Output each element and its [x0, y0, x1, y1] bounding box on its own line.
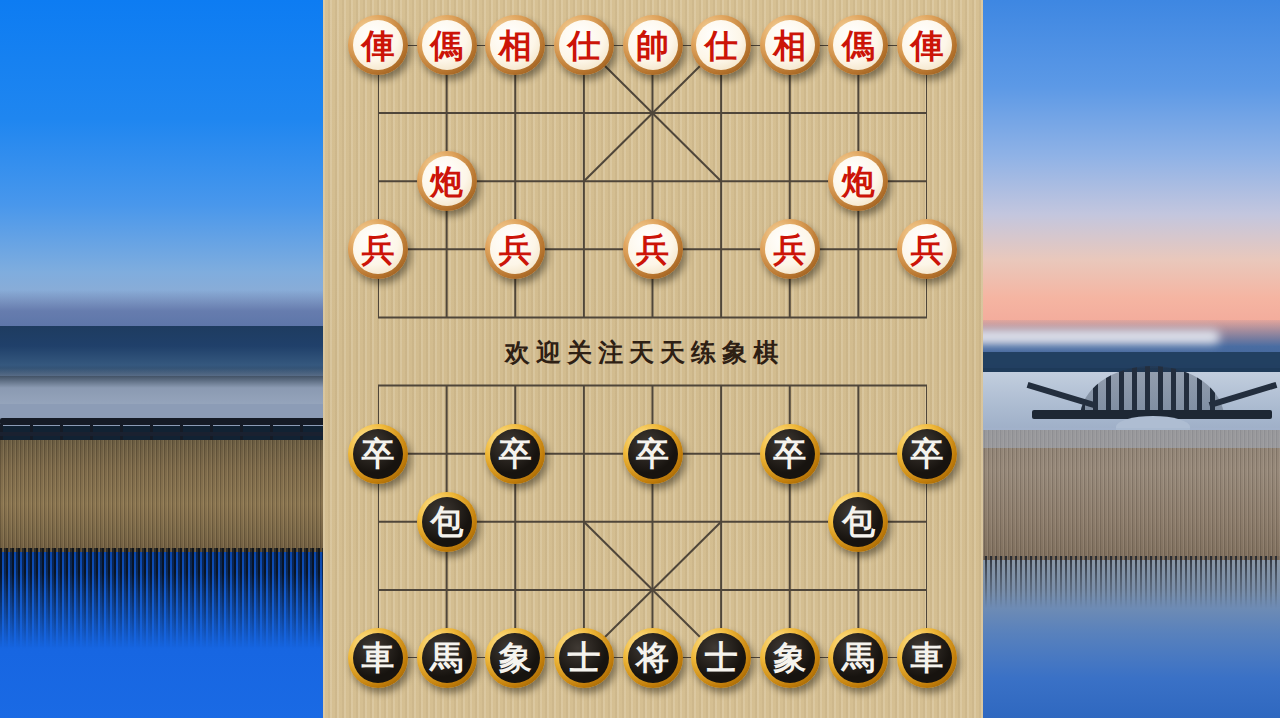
piece-glyph: 士: [559, 633, 609, 683]
piece-glyph: 仕: [559, 20, 609, 70]
piece-black-elephant[interactable]: 象: [760, 628, 820, 688]
piece-red-advisor[interactable]: 仕: [691, 15, 751, 75]
piece-black-soldier[interactable]: 卒: [623, 424, 683, 484]
piece-glyph: 卒: [765, 429, 815, 479]
piece-black-chariot[interactable]: 車: [897, 628, 957, 688]
piece-glyph: 車: [902, 633, 952, 683]
piece-black-horse[interactable]: 馬: [828, 628, 888, 688]
piece-red-horse[interactable]: 傌: [828, 15, 888, 75]
piece-red-soldier[interactable]: 兵: [897, 219, 957, 279]
piece-black-advisor[interactable]: 士: [554, 628, 614, 688]
piece-black-cannon[interactable]: 包: [417, 492, 477, 552]
piece-glyph: 兵: [490, 224, 540, 274]
piece-red-general[interactable]: 帥: [623, 15, 683, 75]
piece-glyph: 将: [628, 633, 678, 683]
piece-red-horse[interactable]: 傌: [417, 15, 477, 75]
piece-glyph: 傌: [833, 20, 883, 70]
piece-black-soldier[interactable]: 卒: [897, 424, 957, 484]
piece-red-cannon[interactable]: 炮: [417, 151, 477, 211]
piece-glyph: 包: [833, 497, 883, 547]
piece-red-elephant[interactable]: 相: [760, 15, 820, 75]
piece-glyph: 炮: [422, 156, 472, 206]
piece-glyph: 包: [422, 497, 472, 547]
piece-black-soldier[interactable]: 卒: [348, 424, 408, 484]
piece-glyph: 傌: [422, 20, 472, 70]
piece-glyph: 卒: [628, 429, 678, 479]
piece-red-soldier[interactable]: 兵: [760, 219, 820, 279]
piece-black-advisor[interactable]: 士: [691, 628, 751, 688]
piece-glyph: 相: [765, 20, 815, 70]
piece-glyph: 卒: [353, 429, 403, 479]
piece-glyph: 馬: [422, 633, 472, 683]
piece-black-general[interactable]: 将: [623, 628, 683, 688]
piece-glyph: 帥: [628, 20, 678, 70]
piece-black-soldier[interactable]: 卒: [760, 424, 820, 484]
piece-glyph: 兵: [902, 224, 952, 274]
wooden-bridge-silhouette: [1032, 366, 1272, 428]
piece-glyph: 兵: [353, 224, 403, 274]
xiangqi-board: 欢迎关注天天练象棋 俥傌相仕帥仕相傌俥炮炮兵兵兵兵兵卒卒卒卒卒包包車馬象士将士象…: [323, 0, 983, 718]
piece-black-soldier[interactable]: 卒: [485, 424, 545, 484]
piece-glyph: 俥: [353, 20, 403, 70]
piece-red-soldier[interactable]: 兵: [348, 219, 408, 279]
piece-glyph: 兵: [628, 224, 678, 274]
piece-glyph: 象: [490, 633, 540, 683]
piece-black-cannon[interactable]: 包: [828, 492, 888, 552]
piece-red-elephant[interactable]: 相: [485, 15, 545, 75]
river-watermark: 欢迎关注天天练象棋: [370, 336, 919, 369]
piece-red-advisor[interactable]: 仕: [554, 15, 614, 75]
piece-red-soldier[interactable]: 兵: [623, 219, 683, 279]
piece-glyph: 卒: [902, 429, 952, 479]
piece-glyph: 卒: [490, 429, 540, 479]
piece-red-chariot[interactable]: 俥: [897, 15, 957, 75]
piece-glyph: 炮: [833, 156, 883, 206]
piece-glyph: 車: [353, 633, 403, 683]
piece-glyph: 象: [765, 633, 815, 683]
piece-glyph: 士: [696, 633, 746, 683]
piece-red-chariot[interactable]: 俥: [348, 15, 408, 75]
boardwalk-lower-rail: [0, 432, 330, 436]
piece-glyph: 相: [490, 20, 540, 70]
piece-glyph: 馬: [833, 633, 883, 683]
piece-black-chariot[interactable]: 車: [348, 628, 408, 688]
piece-glyph: 兵: [765, 224, 815, 274]
piece-black-horse[interactable]: 馬: [417, 628, 477, 688]
piece-glyph: 俥: [902, 20, 952, 70]
piece-black-elephant[interactable]: 象: [485, 628, 545, 688]
piece-glyph: 仕: [696, 20, 746, 70]
